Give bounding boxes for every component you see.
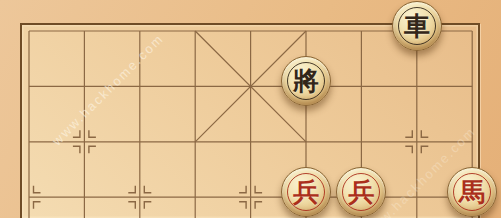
piece-red-horse[interactable]: 馬	[447, 167, 497, 217]
piece-black-general[interactable]: 將	[281, 56, 331, 106]
piece-glyph-chariot: 車	[404, 13, 430, 39]
piece-glyph-soldier: 兵	[348, 179, 374, 205]
board-intersections-grid[interactable]: 車將兵兵馬	[1, 3, 500, 218]
piece-glyph-soldier: 兵	[293, 179, 319, 205]
piece-glyph-horse: 馬	[459, 179, 485, 205]
piece-red-soldier-1[interactable]: 兵	[281, 167, 331, 217]
piece-glyph-general: 將	[293, 68, 319, 94]
piece-red-soldier-2[interactable]: 兵	[336, 167, 386, 217]
piece-black-chariot[interactable]: 車	[392, 1, 442, 51]
xiangqi-board: www.hackhome.com www.hackhome.com 車將兵兵馬	[0, 0, 501, 218]
